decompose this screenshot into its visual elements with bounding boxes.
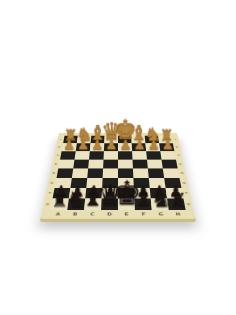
square-a3 <box>60 151 76 159</box>
piece-white-knight-b1: ♞ <box>76 125 92 143</box>
square-g1: ♞ <box>145 136 159 144</box>
file-label-b: B <box>66 211 84 218</box>
square-c8: ♝ <box>84 199 101 210</box>
rank-label-right-3: 3 <box>174 151 182 159</box>
square-b8: ♞ <box>67 199 85 210</box>
square-c2: ♟ <box>90 143 104 151</box>
square-g3 <box>146 151 161 159</box>
square-f5 <box>133 168 149 177</box>
file-label-d: D <box>101 211 118 218</box>
square-a4 <box>58 160 74 169</box>
piece-white-rook-a1: ♜ <box>63 128 77 144</box>
square-e4 <box>118 160 133 169</box>
board-frame: ♜♞♝♛♚♝♞♜♟♟♟♟♟♟♟♟♟♟♟♟♟♟♟♟♜♞♝♛♚♝♞♜ ABCDEFG… <box>41 133 196 219</box>
chess-set-product-photo: ♜♞♝♛♚♝♞♜♟♟♟♟♟♟♟♟♟♟♟♟♟♟♟♟♜♞♝♛♚♝♞♜ ABCDEFG… <box>0 0 236 315</box>
rank-label-right-8: 8 <box>183 199 193 210</box>
file-label-c: C <box>83 211 101 218</box>
square-c5 <box>87 168 103 177</box>
square-g6 <box>149 178 166 188</box>
square-a2: ♟ <box>62 143 77 151</box>
square-e3 <box>118 151 133 159</box>
square-a6 <box>55 178 72 188</box>
square-c4 <box>88 160 103 169</box>
square-e2: ♟ <box>118 143 132 151</box>
rank-label-right-6: 6 <box>180 178 189 188</box>
square-e6 <box>118 178 134 188</box>
square-e1: ♚ <box>118 136 132 144</box>
square-c7: ♟ <box>85 188 102 199</box>
square-a1: ♜ <box>63 136 78 144</box>
square-f3 <box>132 151 147 159</box>
square-d7: ♟ <box>102 188 118 199</box>
rank-label-right-2: 2 <box>173 143 181 151</box>
file-label-h: H <box>169 211 187 218</box>
file-labels: ABCDEFGH <box>49 211 187 218</box>
square-a8: ♜ <box>50 199 69 210</box>
square-h5 <box>163 168 180 177</box>
rank-label-right-1: 1 <box>171 136 179 144</box>
square-e5 <box>118 168 133 177</box>
square-f8: ♝ <box>134 199 151 210</box>
square-d6 <box>102 178 118 188</box>
file-label-a: A <box>49 211 67 218</box>
square-f2: ♟ <box>132 143 146 151</box>
square-a7: ♟ <box>53 188 71 199</box>
square-d8: ♛ <box>101 199 118 210</box>
square-b1: ♞ <box>77 136 91 144</box>
square-d4 <box>103 160 118 169</box>
square-f7: ♟ <box>134 188 151 199</box>
file-label-f: F <box>135 211 153 218</box>
file-label-g: G <box>152 211 170 218</box>
square-c3 <box>89 151 104 159</box>
square-d5 <box>103 168 118 177</box>
square-b6 <box>70 178 87 188</box>
square-d1: ♛ <box>104 136 118 144</box>
square-g4 <box>147 160 163 169</box>
square-g7: ♟ <box>150 188 167 199</box>
rank-label-right-7: 7 <box>181 188 191 199</box>
square-g8: ♞ <box>151 199 169 210</box>
square-f6 <box>133 178 149 188</box>
square-f1: ♝ <box>131 136 145 144</box>
board-3d-scene: ♜♞♝♛♚♝♞♜♟♟♟♟♟♟♟♟♟♟♟♟♟♟♟♟♜♞♝♛♚♝♞♜ ABCDEFG… <box>41 133 196 219</box>
square-c6 <box>86 178 102 188</box>
square-g2: ♟ <box>145 143 160 151</box>
square-b3 <box>74 151 89 159</box>
square-g5 <box>148 168 164 177</box>
square-d2: ♟ <box>104 143 118 151</box>
square-b5 <box>72 168 88 177</box>
square-b4 <box>73 160 89 169</box>
square-b7: ♟ <box>69 188 86 199</box>
square-h8: ♜ <box>167 199 186 210</box>
rank-label-right-5: 5 <box>178 168 187 177</box>
square-a5 <box>56 168 73 177</box>
board-grid: ♜♞♝♛♚♝♞♜♟♟♟♟♟♟♟♟♟♟♟♟♟♟♟♟♜♞♝♛♚♝♞♜ <box>50 136 185 210</box>
square-c1: ♝ <box>91 136 105 144</box>
square-e7: ♟ <box>118 188 134 199</box>
square-b2: ♟ <box>76 143 91 151</box>
square-f4 <box>133 160 148 169</box>
square-d3 <box>103 151 118 159</box>
file-label-e: E <box>118 211 135 218</box>
square-e8: ♚ <box>118 199 135 210</box>
